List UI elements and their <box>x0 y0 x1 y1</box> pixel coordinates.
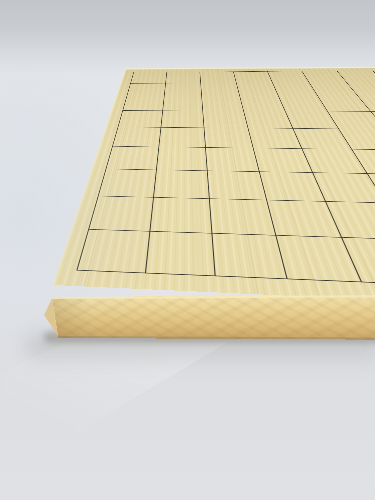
board-square <box>90 196 154 231</box>
board-square <box>200 72 236 84</box>
board-square <box>202 96 244 111</box>
board-square <box>131 72 167 83</box>
board-square <box>123 96 164 111</box>
board-square <box>127 83 165 96</box>
board-square <box>119 110 163 127</box>
board-square <box>203 111 248 128</box>
board-square <box>233 71 272 83</box>
board-square <box>201 83 240 96</box>
board-square <box>163 96 203 111</box>
board-square <box>99 169 156 197</box>
board-square <box>150 197 212 232</box>
board-square <box>236 83 278 96</box>
board-square <box>209 199 275 235</box>
shogi-board <box>53 67 375 320</box>
board-square <box>165 72 200 83</box>
board-front-face <box>52 293 375 341</box>
board-square <box>205 147 259 171</box>
board-square <box>113 127 161 147</box>
board-grid <box>77 70 375 299</box>
board-square <box>78 229 150 273</box>
board-square <box>240 96 285 111</box>
board-square <box>212 233 287 279</box>
board-square <box>204 128 253 148</box>
board-square <box>145 231 215 276</box>
board-square <box>153 170 209 199</box>
board-square <box>207 171 266 200</box>
table-light-reflection <box>0 340 240 480</box>
board-square <box>156 147 207 171</box>
photo-backdrop <box>0 0 375 500</box>
board-square <box>107 146 159 170</box>
board-square <box>164 83 201 96</box>
board-square <box>159 127 206 147</box>
board-square <box>161 111 204 128</box>
